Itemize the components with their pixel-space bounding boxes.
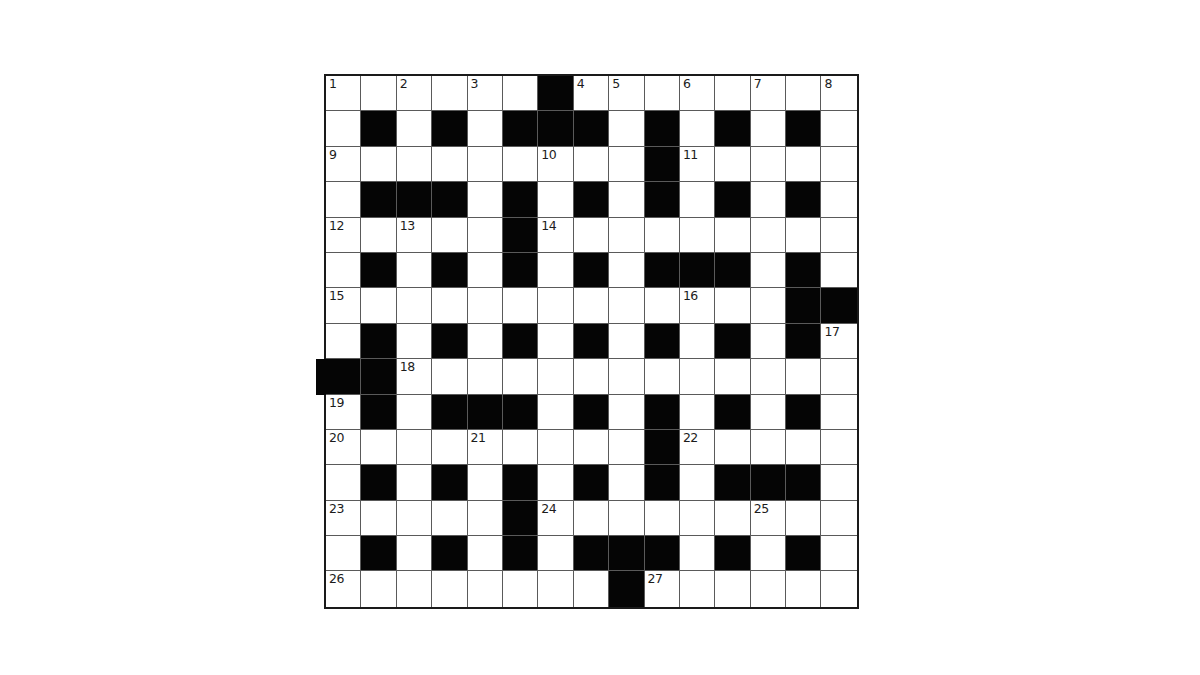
cell-r7c9[interactable] <box>609 288 644 323</box>
cell-r9c9[interactable] <box>609 359 644 394</box>
cell-r9c6[interactable] <box>503 359 538 394</box>
cell-r14c11[interactable] <box>680 536 715 571</box>
cell-r7c5[interactable] <box>468 288 503 323</box>
cell-r4c12 <box>715 182 750 217</box>
cell-r9c15[interactable] <box>821 359 856 394</box>
cell-r9c11[interactable] <box>680 359 715 394</box>
cell-r13c7[interactable]: 24 <box>538 501 573 536</box>
cell-r7c10[interactable] <box>645 288 680 323</box>
cell-r14c5[interactable] <box>468 536 503 571</box>
cell-r1c13[interactable]: 7 <box>751 76 786 111</box>
cell-r14c13[interactable] <box>751 536 786 571</box>
cell-r2c6 <box>503 111 538 146</box>
cell-r4c5[interactable] <box>468 182 503 217</box>
cell-r2c11[interactable] <box>680 111 715 146</box>
cell-r15c5[interactable] <box>468 571 503 606</box>
clue-number: 19 <box>329 396 344 409</box>
cell-r3c5[interactable] <box>468 147 503 182</box>
cell-r11c7[interactable] <box>538 430 573 465</box>
cell-r12c7[interactable] <box>538 465 573 500</box>
cell-r5c12[interactable] <box>715 218 750 253</box>
cell-r4c11[interactable] <box>680 182 715 217</box>
cell-r14c4 <box>432 536 467 571</box>
cell-r8c8 <box>574 324 609 359</box>
cell-r13c2[interactable] <box>361 501 396 536</box>
cell-r8c1[interactable] <box>326 324 361 359</box>
cell-r2c10 <box>645 111 680 146</box>
clue-number: 3 <box>471 77 478 90</box>
cell-r2c12 <box>715 111 750 146</box>
cell-r3c12[interactable] <box>715 147 750 182</box>
cell-r10c2 <box>361 395 396 430</box>
cell-r11c8[interactable] <box>574 430 609 465</box>
cell-r14c14 <box>786 536 821 571</box>
cell-r12c14 <box>786 465 821 500</box>
cell-r2c4 <box>432 111 467 146</box>
clue-number: 8 <box>824 77 831 90</box>
cell-r7c14 <box>786 288 821 323</box>
cell-r4c1[interactable] <box>326 182 361 217</box>
cell-r13c11[interactable] <box>680 501 715 536</box>
cell-r1c2[interactable] <box>361 76 396 111</box>
cell-r10c1[interactable]: 19 <box>326 395 361 430</box>
cell-r4c13[interactable] <box>751 182 786 217</box>
cell-r2c9[interactable] <box>609 111 644 146</box>
cell-r5c2[interactable] <box>361 218 396 253</box>
cell-r13c13[interactable]: 25 <box>751 501 786 536</box>
cell-r2c5[interactable] <box>468 111 503 146</box>
cell-r1c14[interactable] <box>786 76 821 111</box>
cell-r11c14[interactable] <box>786 430 821 465</box>
cell-r5c9[interactable] <box>609 218 644 253</box>
cell-r14c1[interactable] <box>326 536 361 571</box>
cell-r14c8 <box>574 536 609 571</box>
cell-r1c3[interactable]: 2 <box>397 76 432 111</box>
cell-r8c4 <box>432 324 467 359</box>
cell-r2c8 <box>574 111 609 146</box>
cell-r14c2 <box>361 536 396 571</box>
cell-r11c10 <box>645 430 680 465</box>
cell-r9c8[interactable] <box>574 359 609 394</box>
cell-r3c6[interactable] <box>503 147 538 182</box>
cell-r2c2 <box>361 111 396 146</box>
cell-r7c3[interactable] <box>397 288 432 323</box>
cell-r13c8[interactable] <box>574 501 609 536</box>
cell-r3c3[interactable] <box>397 147 432 182</box>
cell-r1c9[interactable]: 5 <box>609 76 644 111</box>
cell-r9c1 <box>326 359 361 394</box>
cell-r14c10 <box>645 536 680 571</box>
clue-number: 2 <box>400 77 407 90</box>
cell-r11c12[interactable] <box>715 430 750 465</box>
cell-r8c5[interactable] <box>468 324 503 359</box>
cell-r10c15[interactable] <box>821 395 856 430</box>
cell-r11c6[interactable] <box>503 430 538 465</box>
cell-r11c3[interactable] <box>397 430 432 465</box>
cell-r1c1[interactable]: 1 <box>326 76 361 111</box>
clue-number: 20 <box>329 431 344 444</box>
cell-r3c9[interactable] <box>609 147 644 182</box>
cell-r10c13[interactable] <box>751 395 786 430</box>
cell-r8c12 <box>715 324 750 359</box>
cell-r5c14[interactable] <box>786 218 821 253</box>
cell-r3c15[interactable] <box>821 147 856 182</box>
cell-r10c11[interactable] <box>680 395 715 430</box>
cell-r5c5[interactable] <box>468 218 503 253</box>
cell-r7c13[interactable] <box>751 288 786 323</box>
cell-r5c8[interactable] <box>574 218 609 253</box>
cell-r4c7[interactable] <box>538 182 573 217</box>
cell-r15c10[interactable]: 27 <box>645 571 680 606</box>
cell-r7c4[interactable] <box>432 288 467 323</box>
cell-r6c10 <box>645 253 680 288</box>
cell-r10c6 <box>503 395 538 430</box>
cell-r14c9 <box>609 536 644 571</box>
cell-r7c11[interactable]: 16 <box>680 288 715 323</box>
cell-r10c3[interactable] <box>397 395 432 430</box>
cell-r5c15[interactable] <box>821 218 856 253</box>
cell-r2c14 <box>786 111 821 146</box>
cell-r4c4 <box>432 182 467 217</box>
clue-number: 21 <box>471 431 486 444</box>
cell-r10c9[interactable] <box>609 395 644 430</box>
cell-r5c4[interactable] <box>432 218 467 253</box>
edge-black-bump <box>316 359 326 394</box>
clue-number: 22 <box>683 431 698 444</box>
cell-r10c7[interactable] <box>538 395 573 430</box>
clue-number: 9 <box>329 148 336 161</box>
cell-r15c7[interactable] <box>538 571 573 606</box>
clue-number: 13 <box>400 219 415 232</box>
crossword-board: 1234567891011121314151617181920212223242… <box>324 74 859 609</box>
cell-r4c14 <box>786 182 821 217</box>
cell-r15c3[interactable] <box>397 571 432 606</box>
clue-number: 16 <box>683 289 698 302</box>
cell-r9c10[interactable] <box>645 359 680 394</box>
cell-r7c12[interactable] <box>715 288 750 323</box>
cell-r8c3[interactable] <box>397 324 432 359</box>
cell-r15c12[interactable] <box>715 571 750 606</box>
cell-r8c10 <box>645 324 680 359</box>
cell-r1c15[interactable]: 8 <box>821 76 856 111</box>
cell-r7c2[interactable] <box>361 288 396 323</box>
cell-r10c12 <box>715 395 750 430</box>
cell-r6c2 <box>361 253 396 288</box>
cell-r13c9[interactable] <box>609 501 644 536</box>
cell-r2c13[interactable] <box>751 111 786 146</box>
cell-r15c8[interactable] <box>574 571 609 606</box>
cell-r15c15[interactable] <box>821 571 856 606</box>
cell-r9c3[interactable]: 18 <box>397 359 432 394</box>
cell-r11c9[interactable] <box>609 430 644 465</box>
cell-r3c2[interactable] <box>361 147 396 182</box>
cell-r1c8[interactable]: 4 <box>574 76 609 111</box>
cell-r8c2 <box>361 324 396 359</box>
cell-r6c5[interactable] <box>468 253 503 288</box>
cell-r2c15[interactable] <box>821 111 856 146</box>
cell-r4c2 <box>361 182 396 217</box>
cell-r15c4[interactable] <box>432 571 467 606</box>
clue-number: 5 <box>612 77 619 90</box>
cell-r9c12[interactable] <box>715 359 750 394</box>
cell-r12c1[interactable] <box>326 465 361 500</box>
cell-r5c7[interactable]: 14 <box>538 218 573 253</box>
clue-number: 14 <box>541 219 556 232</box>
cell-r3c8[interactable] <box>574 147 609 182</box>
cell-r11c2[interactable] <box>361 430 396 465</box>
cell-r15c6[interactable] <box>503 571 538 606</box>
page: 1234567891011121314151617181920212223242… <box>0 0 1200 675</box>
cell-r13c15[interactable] <box>821 501 856 536</box>
cell-r12c15[interactable] <box>821 465 856 500</box>
clue-number: 24 <box>541 502 556 515</box>
cell-r13c14[interactable] <box>786 501 821 536</box>
cell-r5c13[interactable] <box>751 218 786 253</box>
cell-r10c10 <box>645 395 680 430</box>
cell-r2c1[interactable] <box>326 111 361 146</box>
clue-number: 15 <box>329 289 344 302</box>
cell-r2c3[interactable] <box>397 111 432 146</box>
cell-r6c14 <box>786 253 821 288</box>
cell-r15c11[interactable] <box>680 571 715 606</box>
cell-r8c7[interactable] <box>538 324 573 359</box>
clue-number: 23 <box>329 502 344 515</box>
cell-r12c12 <box>715 465 750 500</box>
cell-r9c4[interactable] <box>432 359 467 394</box>
cell-r3c14[interactable] <box>786 147 821 182</box>
cell-r11c11[interactable]: 22 <box>680 430 715 465</box>
clue-number: 12 <box>329 219 344 232</box>
cell-r6c12 <box>715 253 750 288</box>
cell-r8c9[interactable] <box>609 324 644 359</box>
clue-number: 17 <box>824 325 839 338</box>
cell-r8c15[interactable]: 17 <box>821 324 856 359</box>
cell-r11c13[interactable] <box>751 430 786 465</box>
cell-r1c12[interactable] <box>715 76 750 111</box>
cell-r10c14 <box>786 395 821 430</box>
cell-r13c1[interactable]: 23 <box>326 501 361 536</box>
cell-r5c6 <box>503 218 538 253</box>
cell-r6c11 <box>680 253 715 288</box>
cell-r13c5[interactable] <box>468 501 503 536</box>
cell-r12c9[interactable] <box>609 465 644 500</box>
cell-r8c6 <box>503 324 538 359</box>
clue-number: 6 <box>683 77 690 90</box>
cell-r7c1[interactable]: 15 <box>326 288 361 323</box>
clue-number: 27 <box>648 572 663 585</box>
cell-r12c4 <box>432 465 467 500</box>
cell-r6c3[interactable] <box>397 253 432 288</box>
cell-r5c10[interactable] <box>645 218 680 253</box>
cell-r14c15[interactable] <box>821 536 856 571</box>
cell-r13c12[interactable] <box>715 501 750 536</box>
cell-r12c5[interactable] <box>468 465 503 500</box>
cell-r6c6 <box>503 253 538 288</box>
cell-r14c6 <box>503 536 538 571</box>
cell-r10c5 <box>468 395 503 430</box>
cell-r13c4[interactable] <box>432 501 467 536</box>
clue-number: 10 <box>541 148 556 161</box>
cell-r15c9 <box>609 571 644 606</box>
cell-r8c14 <box>786 324 821 359</box>
cell-r1c5[interactable]: 3 <box>468 76 503 111</box>
cell-r1c7 <box>538 76 573 111</box>
cell-r6c13[interactable] <box>751 253 786 288</box>
cell-r5c11[interactable] <box>680 218 715 253</box>
clue-number: 18 <box>400 360 415 373</box>
cell-r12c2 <box>361 465 396 500</box>
cell-r4c15[interactable] <box>821 182 856 217</box>
clue-number: 25 <box>754 502 769 515</box>
cell-r7c7[interactable] <box>538 288 573 323</box>
cell-r11c1[interactable]: 20 <box>326 430 361 465</box>
cell-r4c3 <box>397 182 432 217</box>
cell-r4c8 <box>574 182 609 217</box>
cell-r3c13[interactable] <box>751 147 786 182</box>
clue-number: 11 <box>683 148 698 161</box>
cell-r3c1[interactable]: 9 <box>326 147 361 182</box>
cell-r6c1[interactable] <box>326 253 361 288</box>
cell-r13c3[interactable] <box>397 501 432 536</box>
cell-r8c13[interactable] <box>751 324 786 359</box>
cell-r2c7 <box>538 111 573 146</box>
cell-r14c12 <box>715 536 750 571</box>
cell-r4c9[interactable] <box>609 182 644 217</box>
cell-r6c7[interactable] <box>538 253 573 288</box>
cell-r13c6 <box>503 501 538 536</box>
cell-r15c1[interactable]: 26 <box>326 571 361 606</box>
cell-r3c4[interactable] <box>432 147 467 182</box>
cell-r7c8[interactable] <box>574 288 609 323</box>
cell-r6c15[interactable] <box>821 253 856 288</box>
clue-number: 7 <box>754 77 761 90</box>
cell-r1c6[interactable] <box>503 76 538 111</box>
cell-r12c13 <box>751 465 786 500</box>
cell-r3c7[interactable]: 10 <box>538 147 573 182</box>
cell-r7c6[interactable] <box>503 288 538 323</box>
clue-number: 26 <box>329 572 344 585</box>
cell-r6c8 <box>574 253 609 288</box>
cell-r9c13[interactable] <box>751 359 786 394</box>
cell-r10c8 <box>574 395 609 430</box>
cell-r9c2 <box>361 359 396 394</box>
cell-r4c6 <box>503 182 538 217</box>
cell-r10c4 <box>432 395 467 430</box>
cell-r11c15[interactable] <box>821 430 856 465</box>
cell-r3c11[interactable]: 11 <box>680 147 715 182</box>
cell-r9c7[interactable] <box>538 359 573 394</box>
cell-r15c14[interactable] <box>786 571 821 606</box>
cell-r9c5[interactable] <box>468 359 503 394</box>
cell-r12c8 <box>574 465 609 500</box>
cell-r1c4[interactable] <box>432 76 467 111</box>
cell-r5c3[interactable]: 13 <box>397 218 432 253</box>
cell-r13c10[interactable] <box>645 501 680 536</box>
clue-number: 4 <box>577 77 584 90</box>
cell-r12c10 <box>645 465 680 500</box>
cell-r11c4[interactable] <box>432 430 467 465</box>
cell-r14c7[interactable] <box>538 536 573 571</box>
cell-r7c15 <box>821 288 856 323</box>
cell-r12c3[interactable] <box>397 465 432 500</box>
cell-r14c3[interactable] <box>397 536 432 571</box>
cell-r15c2[interactable] <box>361 571 396 606</box>
cell-r5c1[interactable]: 12 <box>326 218 361 253</box>
cell-r8c11[interactable] <box>680 324 715 359</box>
cell-r12c6 <box>503 465 538 500</box>
cell-r4c10 <box>645 182 680 217</box>
cell-r6c4 <box>432 253 467 288</box>
cell-r11c5[interactable]: 21 <box>468 430 503 465</box>
cell-r3c10 <box>645 147 680 182</box>
cell-r6c9[interactable] <box>609 253 644 288</box>
clue-number: 1 <box>329 77 336 90</box>
cell-r12c11[interactable] <box>680 465 715 500</box>
cell-r15c13[interactable] <box>751 571 786 606</box>
cell-r1c10[interactable] <box>645 76 680 111</box>
cell-r9c14[interactable] <box>786 359 821 394</box>
cell-r1c11[interactable]: 6 <box>680 76 715 111</box>
